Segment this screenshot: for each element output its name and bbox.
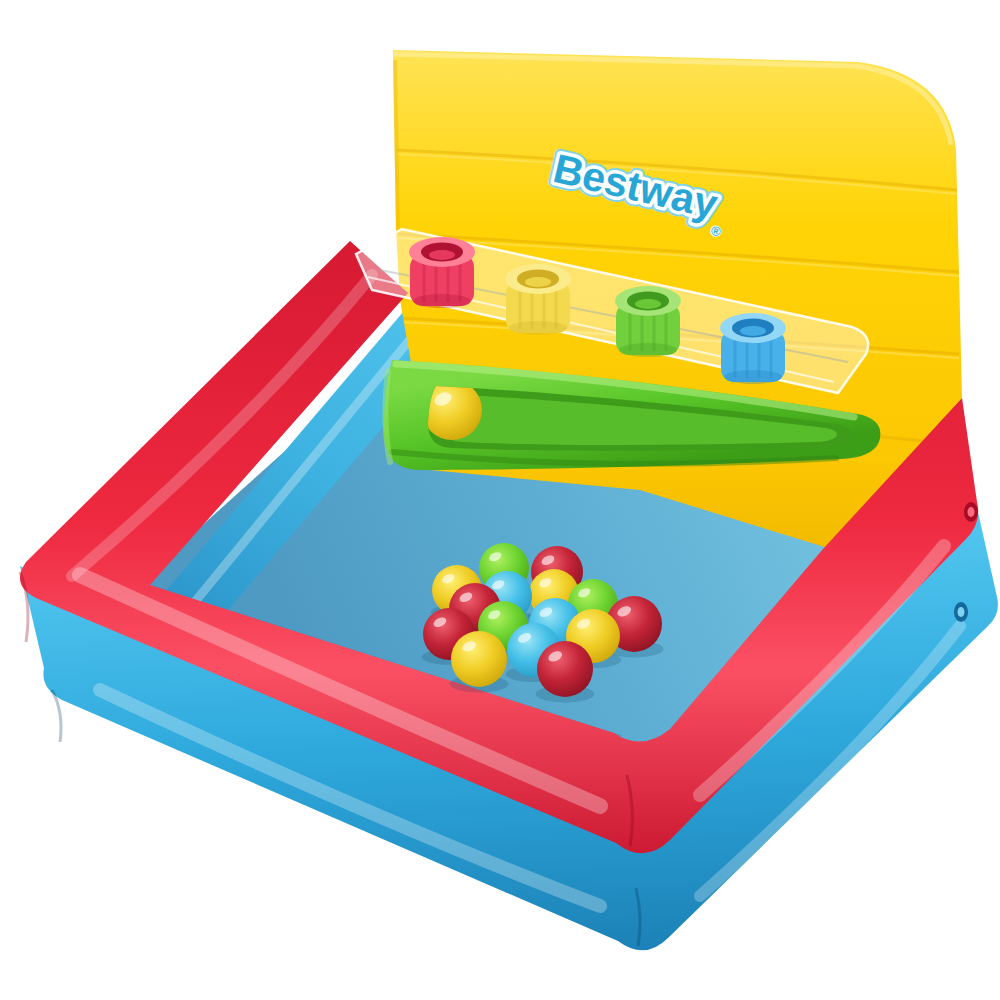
ball-pit-scene: Bestway Bestway Bestway ® xyxy=(0,0,1000,1000)
ball-red xyxy=(537,641,593,697)
ball-yellow xyxy=(451,631,507,687)
target-cup-red xyxy=(409,237,475,308)
target-cup-green xyxy=(615,286,681,357)
air-valve-blue xyxy=(954,602,968,622)
target-cup-yellow xyxy=(505,264,571,335)
air-valve-red xyxy=(964,502,978,522)
product-photo-stage: Bestway Bestway Bestway ® xyxy=(0,0,1000,1000)
target-cup-blue xyxy=(720,313,786,384)
